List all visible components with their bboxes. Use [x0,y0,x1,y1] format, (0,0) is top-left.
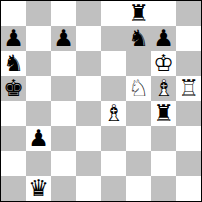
white-bishop: ♗ [151,76,176,101]
square-a1[interactable] [1,176,26,201]
square-g6[interactable]: ♚♔ [151,51,176,76]
black-knight: ♞ [126,26,151,51]
square-f3[interactable] [126,126,151,151]
square-c8[interactable] [51,1,76,26]
square-h3[interactable] [176,126,201,151]
square-f7[interactable]: ♞ [126,26,151,51]
square-c7[interactable]: ♟ [51,26,76,51]
square-b3[interactable]: ♟ [26,126,51,151]
square-e6[interactable] [101,51,126,76]
square-h2[interactable] [176,151,201,176]
square-c4[interactable] [51,101,76,126]
black-pawn: ♟ [26,126,51,151]
square-a8[interactable] [1,1,26,26]
black-king: ♚ [1,76,26,101]
white-king: ♔ [151,51,176,76]
chess-diagram: ♜♟♟♞♟♞♚♔♚♞♘♝♗♜♖♝♗♜♟♛ [0,0,202,202]
square-e7[interactable] [101,26,126,51]
square-c3[interactable] [51,126,76,151]
black-knight: ♞ [1,51,26,76]
square-f2[interactable] [126,151,151,176]
square-d5[interactable] [76,76,101,101]
square-b8[interactable] [26,1,51,26]
white-bishop-fill: ♝ [101,101,126,126]
square-c2[interactable] [51,151,76,176]
white-rook-fill: ♜ [176,76,201,101]
square-h7[interactable] [176,26,201,51]
square-f5[interactable]: ♞♘ [126,76,151,101]
black-queen: ♛ [26,176,51,201]
square-g8[interactable] [151,1,176,26]
square-d7[interactable] [76,26,101,51]
square-h5[interactable]: ♜♖ [176,76,201,101]
square-d2[interactable] [76,151,101,176]
chess-board: ♜♟♟♞♟♞♚♔♚♞♘♝♗♜♖♝♗♜♟♛ [0,0,202,202]
square-b2[interactable] [26,151,51,176]
square-h8[interactable] [176,1,201,26]
square-e1[interactable] [101,176,126,201]
square-c6[interactable] [51,51,76,76]
square-b7[interactable] [26,26,51,51]
square-d8[interactable] [76,1,101,26]
square-g3[interactable] [151,126,176,151]
square-c5[interactable] [51,76,76,101]
white-knight-fill: ♞ [126,76,151,101]
square-d3[interactable] [76,126,101,151]
square-e4[interactable]: ♝♗ [101,101,126,126]
square-g5[interactable]: ♝♗ [151,76,176,101]
white-bishop: ♗ [101,101,126,126]
square-a5[interactable]: ♚ [1,76,26,101]
square-g7[interactable]: ♟ [151,26,176,51]
square-h4[interactable] [176,101,201,126]
square-e3[interactable] [101,126,126,151]
square-b6[interactable] [26,51,51,76]
square-c1[interactable] [51,176,76,201]
square-f8[interactable]: ♜ [126,1,151,26]
square-a7[interactable]: ♟ [1,26,26,51]
black-rook: ♜ [151,101,176,126]
white-king-fill: ♚ [151,51,176,76]
square-d1[interactable] [76,176,101,201]
square-g1[interactable] [151,176,176,201]
white-bishop-fill: ♝ [151,76,176,101]
square-f1[interactable] [126,176,151,201]
square-e5[interactable] [101,76,126,101]
square-g4[interactable]: ♜ [151,101,176,126]
square-f4[interactable] [126,101,151,126]
square-e8[interactable] [101,1,126,26]
square-g2[interactable] [151,151,176,176]
square-e2[interactable] [101,151,126,176]
black-pawn: ♟ [51,26,76,51]
square-b4[interactable] [26,101,51,126]
square-b5[interactable] [26,76,51,101]
square-d6[interactable] [76,51,101,76]
square-f6[interactable] [126,51,151,76]
black-rook: ♜ [126,1,151,26]
square-a4[interactable] [1,101,26,126]
square-a2[interactable] [1,151,26,176]
square-a6[interactable]: ♞ [1,51,26,76]
black-pawn: ♟ [151,26,176,51]
square-h6[interactable] [176,51,201,76]
white-knight: ♘ [126,76,151,101]
square-b1[interactable]: ♛ [26,176,51,201]
square-h1[interactable] [176,176,201,201]
white-rook: ♖ [176,76,201,101]
square-a3[interactable] [1,126,26,151]
black-pawn: ♟ [1,26,26,51]
square-d4[interactable] [76,101,101,126]
